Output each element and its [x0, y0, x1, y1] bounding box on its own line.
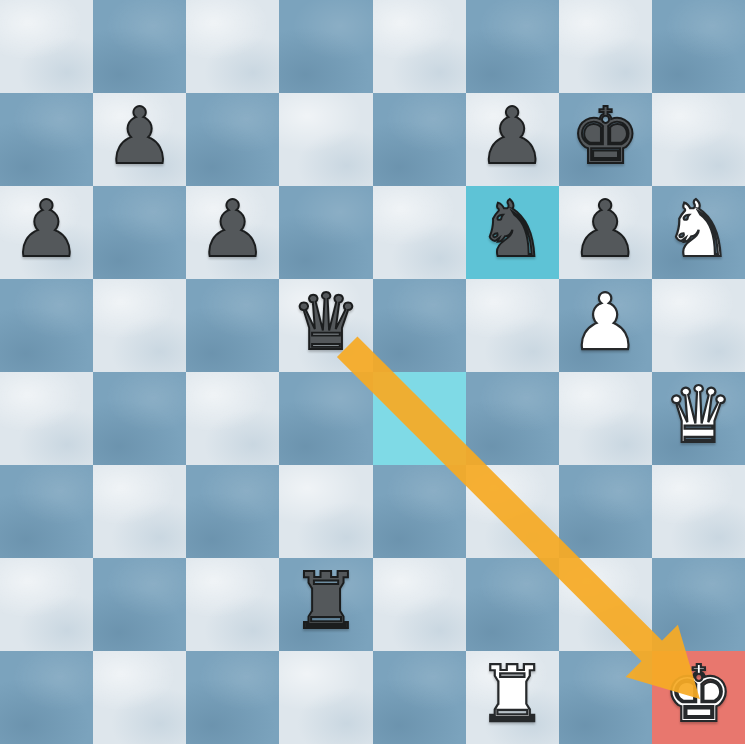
square-d3[interactable] [279, 465, 372, 558]
square-d2[interactable]: ♜ [279, 558, 372, 651]
black-pawn[interactable]: ♟ [105, 90, 175, 183]
square-h6[interactable]: ♞ [652, 186, 745, 279]
square-f8[interactable] [466, 0, 559, 93]
square-a6[interactable]: ♟ [0, 186, 93, 279]
square-h5[interactable] [652, 279, 745, 372]
black-knight[interactable]: ♞ [477, 183, 547, 276]
chess-board-wrap: ♟♟♚♟♟♞♟♞♛♟♛♜♜♚ [0, 0, 745, 744]
square-c2[interactable] [186, 558, 279, 651]
square-c4[interactable] [186, 372, 279, 465]
square-b5[interactable] [93, 279, 186, 372]
black-rook[interactable]: ♜ [291, 555, 361, 648]
square-g6[interactable]: ♟ [559, 186, 652, 279]
black-pawn[interactable]: ♟ [12, 183, 82, 276]
square-b3[interactable] [93, 465, 186, 558]
square-d7[interactable] [279, 93, 372, 186]
black-pawn[interactable]: ♟ [477, 90, 547, 183]
square-g8[interactable] [559, 0, 652, 93]
square-b7[interactable]: ♟ [93, 93, 186, 186]
white-queen[interactable]: ♛ [663, 369, 733, 462]
square-f6[interactable]: ♞ [466, 186, 559, 279]
square-f5[interactable] [466, 279, 559, 372]
square-d5[interactable]: ♛ [279, 279, 372, 372]
square-b1[interactable] [93, 651, 186, 744]
square-b2[interactable] [93, 558, 186, 651]
square-f2[interactable] [466, 558, 559, 651]
square-d8[interactable] [279, 0, 372, 93]
square-a3[interactable] [0, 465, 93, 558]
square-e3[interactable] [373, 465, 466, 558]
square-e8[interactable] [373, 0, 466, 93]
square-f7[interactable]: ♟ [466, 93, 559, 186]
square-c3[interactable] [186, 465, 279, 558]
square-g1[interactable] [559, 651, 652, 744]
square-c5[interactable] [186, 279, 279, 372]
square-e7[interactable] [373, 93, 466, 186]
square-c1[interactable] [186, 651, 279, 744]
square-e5[interactable] [373, 279, 466, 372]
square-a2[interactable] [0, 558, 93, 651]
square-c8[interactable] [186, 0, 279, 93]
white-king[interactable]: ♚ [663, 648, 733, 741]
square-d4[interactable] [279, 372, 372, 465]
square-c6[interactable]: ♟ [186, 186, 279, 279]
square-e6[interactable] [373, 186, 466, 279]
square-h4[interactable]: ♛ [652, 372, 745, 465]
square-e1[interactable] [373, 651, 466, 744]
white-rook[interactable]: ♜ [477, 648, 547, 741]
black-pawn[interactable]: ♟ [570, 183, 640, 276]
square-c7[interactable] [186, 93, 279, 186]
square-h1[interactable]: ♚ [652, 651, 745, 744]
square-h3[interactable] [652, 465, 745, 558]
white-pawn[interactable]: ♟ [570, 276, 640, 369]
square-d6[interactable] [279, 186, 372, 279]
square-e4[interactable] [373, 372, 466, 465]
square-a8[interactable] [0, 0, 93, 93]
square-b6[interactable] [93, 186, 186, 279]
square-e2[interactable] [373, 558, 466, 651]
square-f1[interactable]: ♜ [466, 651, 559, 744]
black-pawn[interactable]: ♟ [198, 183, 268, 276]
square-h2[interactable] [652, 558, 745, 651]
square-f4[interactable] [466, 372, 559, 465]
square-g7[interactable]: ♚ [559, 93, 652, 186]
square-h7[interactable] [652, 93, 745, 186]
square-a4[interactable] [0, 372, 93, 465]
square-a5[interactable] [0, 279, 93, 372]
square-g2[interactable] [559, 558, 652, 651]
square-a7[interactable] [0, 93, 93, 186]
square-b8[interactable] [93, 0, 186, 93]
square-g5[interactable]: ♟ [559, 279, 652, 372]
black-queen[interactable]: ♛ [291, 276, 361, 369]
square-f3[interactable] [466, 465, 559, 558]
square-g3[interactable] [559, 465, 652, 558]
square-b4[interactable] [93, 372, 186, 465]
chess-board: ♟♟♚♟♟♞♟♞♛♟♛♜♜♚ [0, 0, 745, 744]
square-g4[interactable] [559, 372, 652, 465]
square-a1[interactable] [0, 651, 93, 744]
square-h8[interactable] [652, 0, 745, 93]
black-king[interactable]: ♚ [570, 90, 640, 183]
white-knight[interactable]: ♞ [663, 183, 733, 276]
square-d1[interactable] [279, 651, 372, 744]
